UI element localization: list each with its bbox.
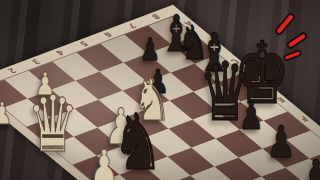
- piece-black-pawn-h7: ♟: [275, 153, 320, 180]
- chess-thumbnail-scene: ABCDEFGH 87654321 ♝♞♟♝♟♟♚♛♞♟♟♟♛♟♞♟♟: [0, 0, 320, 180]
- piece-white-pawn-e2: ♟: [71, 144, 136, 180]
